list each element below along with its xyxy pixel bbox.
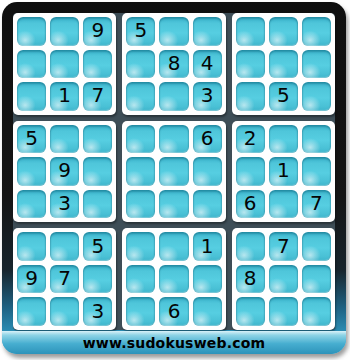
cell-r6c5[interactable] bbox=[159, 190, 188, 219]
cell-r6c1[interactable] bbox=[17, 190, 46, 219]
given-digit: 3 bbox=[201, 85, 214, 105]
cell-r7c5[interactable] bbox=[159, 232, 188, 261]
box-3-2: 16 bbox=[122, 228, 225, 330]
cell-r5c9[interactable] bbox=[302, 157, 331, 186]
cell-r2c9[interactable] bbox=[302, 50, 331, 79]
cell-r8c4[interactable] bbox=[126, 265, 155, 294]
given-digit: 5 bbox=[25, 128, 38, 148]
given-digit: 8 bbox=[168, 53, 181, 73]
sudoku-board: 917584355936216759731678 www.sudokusweb.… bbox=[2, 2, 346, 354]
cell-r9c7[interactable] bbox=[236, 297, 265, 326]
cell-r1c4[interactable]: 5 bbox=[126, 17, 155, 46]
given-digit: 4 bbox=[201, 53, 214, 73]
sudoku-widget: 917584355936216759731678 www.sudokusweb.… bbox=[0, 0, 350, 360]
cell-r5c2[interactable]: 9 bbox=[50, 157, 79, 186]
cell-r7c3[interactable]: 5 bbox=[83, 232, 112, 261]
cell-r9c1[interactable] bbox=[17, 297, 46, 326]
box-2-2: 6 bbox=[122, 121, 225, 223]
cell-r8c9[interactable] bbox=[302, 265, 331, 294]
cell-r5c6[interactable] bbox=[193, 157, 222, 186]
cell-r4c7[interactable]: 2 bbox=[236, 125, 265, 154]
cell-r6c7[interactable]: 6 bbox=[236, 190, 265, 219]
cell-r7c7[interactable] bbox=[236, 232, 265, 261]
cell-r9c4[interactable] bbox=[126, 297, 155, 326]
cell-r2c4[interactable] bbox=[126, 50, 155, 79]
cell-r9c2[interactable] bbox=[50, 297, 79, 326]
cell-r3c2[interactable]: 1 bbox=[50, 82, 79, 111]
cell-r9c5[interactable]: 6 bbox=[159, 297, 188, 326]
cell-r4c5[interactable] bbox=[159, 125, 188, 154]
cell-r3c3[interactable]: 7 bbox=[83, 82, 112, 111]
box-1-1: 917 bbox=[13, 13, 116, 115]
cell-r1c5[interactable] bbox=[159, 17, 188, 46]
cell-r3c6[interactable]: 3 bbox=[193, 82, 222, 111]
given-digit: 9 bbox=[25, 268, 38, 288]
given-digit: 5 bbox=[135, 20, 148, 40]
given-digit: 7 bbox=[277, 236, 290, 256]
given-digit: 6 bbox=[244, 193, 257, 213]
cell-r6c3[interactable] bbox=[83, 190, 112, 219]
cell-r7c6[interactable]: 1 bbox=[193, 232, 222, 261]
sudoku-grid: 917584355936216759731678 bbox=[13, 13, 335, 330]
box-1-2: 5843 bbox=[122, 13, 225, 115]
box-3-1: 5973 bbox=[13, 228, 116, 330]
cell-r1c1[interactable] bbox=[17, 17, 46, 46]
cell-r5c3[interactable] bbox=[83, 157, 112, 186]
cell-r2c3[interactable] bbox=[83, 50, 112, 79]
cell-r8c6[interactable] bbox=[193, 265, 222, 294]
cell-r2c1[interactable] bbox=[17, 50, 46, 79]
cell-r9c6[interactable] bbox=[193, 297, 222, 326]
cell-r6c2[interactable]: 3 bbox=[50, 190, 79, 219]
given-digit: 5 bbox=[277, 85, 290, 105]
box-3-3: 78 bbox=[232, 228, 335, 330]
box-2-1: 593 bbox=[13, 121, 116, 223]
cell-r1c9[interactable] bbox=[302, 17, 331, 46]
given-digit: 5 bbox=[91, 236, 104, 256]
given-digit: 9 bbox=[91, 20, 104, 40]
given-digit: 1 bbox=[58, 85, 71, 105]
given-digit: 1 bbox=[201, 236, 214, 256]
cell-r7c9[interactable] bbox=[302, 232, 331, 261]
cell-r8c1[interactable]: 9 bbox=[17, 265, 46, 294]
cell-r4c2[interactable] bbox=[50, 125, 79, 154]
cell-r5c7[interactable] bbox=[236, 157, 265, 186]
cell-r2c2[interactable] bbox=[50, 50, 79, 79]
box-1-3: 5 bbox=[232, 13, 335, 115]
cell-r3c7[interactable] bbox=[236, 82, 265, 111]
cell-r5c4[interactable] bbox=[126, 157, 155, 186]
given-digit: 3 bbox=[58, 193, 71, 213]
cell-r3c4[interactable] bbox=[126, 82, 155, 111]
cell-r1c6[interactable] bbox=[193, 17, 222, 46]
cell-r7c1[interactable] bbox=[17, 232, 46, 261]
cell-r1c2[interactable] bbox=[50, 17, 79, 46]
given-digit: 1 bbox=[277, 160, 290, 180]
cell-r5c5[interactable] bbox=[159, 157, 188, 186]
cell-r8c5[interactable] bbox=[159, 265, 188, 294]
cell-r3c9[interactable] bbox=[302, 82, 331, 111]
footer-bar: www.sudokusweb.com bbox=[2, 331, 346, 354]
cell-r8c2[interactable]: 7 bbox=[50, 265, 79, 294]
given-digit: 8 bbox=[244, 268, 257, 288]
cell-r9c9[interactable] bbox=[302, 297, 331, 326]
given-digit: 7 bbox=[58, 268, 71, 288]
given-digit: 2 bbox=[244, 128, 257, 148]
box-2-3: 2167 bbox=[232, 121, 335, 223]
cell-r3c5[interactable] bbox=[159, 82, 188, 111]
cell-r9c3[interactable]: 3 bbox=[83, 297, 112, 326]
given-digit: 6 bbox=[168, 301, 181, 321]
cell-r3c8[interactable]: 5 bbox=[269, 82, 298, 111]
cell-r2c7[interactable] bbox=[236, 50, 265, 79]
cell-r4c8[interactable] bbox=[269, 125, 298, 154]
given-digit: 7 bbox=[310, 193, 323, 213]
cell-r6c9[interactable]: 7 bbox=[302, 190, 331, 219]
cell-r5c8[interactable]: 1 bbox=[269, 157, 298, 186]
cell-r1c7[interactable] bbox=[236, 17, 265, 46]
cell-r7c8[interactable]: 7 bbox=[269, 232, 298, 261]
given-digit: 3 bbox=[91, 301, 104, 321]
cell-r2c5[interactable]: 8 bbox=[159, 50, 188, 79]
cell-r2c6[interactable]: 4 bbox=[193, 50, 222, 79]
cell-r4c1[interactable]: 5 bbox=[17, 125, 46, 154]
cell-r2c8[interactable] bbox=[269, 50, 298, 79]
site-url: www.sudokusweb.com bbox=[83, 335, 266, 351]
given-digit: 7 bbox=[91, 85, 104, 105]
cell-r8c3[interactable] bbox=[83, 265, 112, 294]
cell-r8c7[interactable]: 8 bbox=[236, 265, 265, 294]
cell-r9c8[interactable] bbox=[269, 297, 298, 326]
cell-r8c8[interactable] bbox=[269, 265, 298, 294]
cell-r4c3[interactable] bbox=[83, 125, 112, 154]
cell-r3c1[interactable] bbox=[17, 82, 46, 111]
cell-r1c8[interactable] bbox=[269, 17, 298, 46]
cell-r4c9[interactable] bbox=[302, 125, 331, 154]
cell-r4c4[interactable] bbox=[126, 125, 155, 154]
cell-r6c8[interactable] bbox=[269, 190, 298, 219]
cell-r1c3[interactable]: 9 bbox=[83, 17, 112, 46]
given-digit: 6 bbox=[201, 128, 214, 148]
given-digit: 9 bbox=[58, 160, 71, 180]
cell-r5c1[interactable] bbox=[17, 157, 46, 186]
cell-r6c4[interactable] bbox=[126, 190, 155, 219]
cell-r7c2[interactable] bbox=[50, 232, 79, 261]
cell-r7c4[interactable] bbox=[126, 232, 155, 261]
cell-r6c6[interactable] bbox=[193, 190, 222, 219]
cell-r4c6[interactable]: 6 bbox=[193, 125, 222, 154]
